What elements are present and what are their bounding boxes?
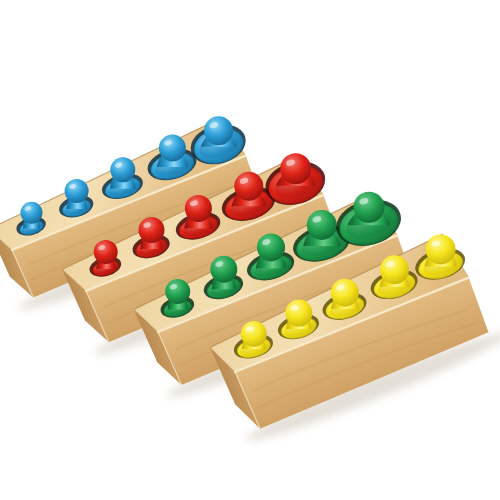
knob-ball <box>210 256 237 283</box>
knob-ball <box>185 195 212 222</box>
cylinder-blocks-illustration <box>0 0 500 500</box>
knob-ball <box>426 234 456 264</box>
knob-ball <box>331 279 359 307</box>
knob-ball <box>204 116 233 145</box>
knob-ball <box>21 202 43 224</box>
knob-ball <box>65 179 89 203</box>
knob-ball <box>234 172 263 201</box>
knob-ball <box>280 153 311 184</box>
knob-ball <box>307 210 337 240</box>
knob-ball <box>110 157 135 182</box>
knob-ball <box>257 233 285 261</box>
knob-ball <box>241 321 267 347</box>
knob-ball <box>285 300 312 327</box>
knob-ball <box>165 279 190 304</box>
knob-ball <box>139 217 165 243</box>
knob-ball <box>94 240 118 264</box>
knob-ball <box>159 135 186 162</box>
knob-ball <box>354 192 385 223</box>
knob-ball <box>380 255 409 284</box>
product-photo <box>0 0 500 500</box>
